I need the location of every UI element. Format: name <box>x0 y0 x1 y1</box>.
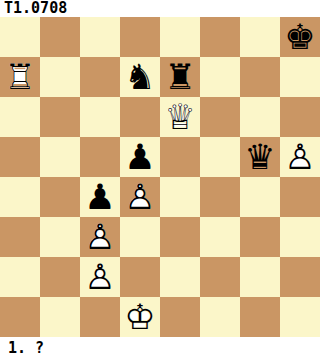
square-h5[interactable]: ♟♙ <box>280 137 320 177</box>
square-g5[interactable]: ♛ <box>240 137 280 177</box>
piece-outline-layer: ♖ <box>0 57 40 97</box>
square-g7[interactable] <box>240 57 280 97</box>
square-b6[interactable] <box>40 97 80 137</box>
piece-glyph: ♚ <box>280 17 320 57</box>
square-g4[interactable] <box>240 177 280 217</box>
square-a1[interactable] <box>0 297 40 337</box>
square-c8[interactable] <box>80 17 120 57</box>
chess-puzzle-window: T1.0708 ♚♜♖♞♜♛♕♟♛♟♙♟♟♙♟♙♟♙♚♔ 1. ? <box>0 0 320 360</box>
title-bar: T1.0708 <box>0 0 320 17</box>
square-c3[interactable]: ♟♙ <box>80 217 120 257</box>
square-e1[interactable] <box>160 297 200 337</box>
chess-board: ♚♜♖♞♜♛♕♟♛♟♙♟♟♙♟♙♟♙♚♔ <box>0 17 320 337</box>
square-c2[interactable]: ♟♙ <box>80 257 120 297</box>
square-a7[interactable]: ♜♖ <box>0 57 40 97</box>
square-a4[interactable] <box>0 177 40 217</box>
square-h1[interactable] <box>280 297 320 337</box>
move-prompt-bar: 1. ? <box>0 337 320 360</box>
piece-outline-layer: ♕ <box>160 97 200 137</box>
square-e4[interactable] <box>160 177 200 217</box>
square-a5[interactable] <box>0 137 40 177</box>
piece-glyph: ♟ <box>120 137 160 177</box>
piece-outline-layer: ♙ <box>80 257 120 297</box>
square-g6[interactable] <box>240 97 280 137</box>
puzzle-id: T1.0708 <box>4 1 67 16</box>
piece-black-pawn[interactable]: ♟ <box>120 137 160 177</box>
piece-black-pawn[interactable]: ♟ <box>80 177 120 217</box>
square-f5[interactable] <box>200 137 240 177</box>
square-e7[interactable]: ♜ <box>160 57 200 97</box>
square-h7[interactable] <box>280 57 320 97</box>
piece-glyph: ♟ <box>80 177 120 217</box>
square-h4[interactable] <box>280 177 320 217</box>
square-f4[interactable] <box>200 177 240 217</box>
square-h6[interactable] <box>280 97 320 137</box>
piece-glyph: ♞ <box>120 57 160 97</box>
square-h3[interactable] <box>280 217 320 257</box>
piece-white-pawn[interactable]: ♟♙ <box>280 137 320 177</box>
square-e6[interactable]: ♛♕ <box>160 97 200 137</box>
piece-outline-layer: ♙ <box>120 177 160 217</box>
square-d6[interactable] <box>120 97 160 137</box>
piece-white-rook[interactable]: ♜♖ <box>0 57 40 97</box>
square-b8[interactable] <box>40 17 80 57</box>
piece-glyph: ♛ <box>240 137 280 177</box>
square-b2[interactable] <box>40 257 80 297</box>
square-c4[interactable]: ♟ <box>80 177 120 217</box>
piece-outline-layer: ♙ <box>280 137 320 177</box>
square-a3[interactable] <box>0 217 40 257</box>
piece-white-queen[interactable]: ♛♕ <box>160 97 200 137</box>
piece-black-knight[interactable]: ♞ <box>120 57 160 97</box>
square-a6[interactable] <box>0 97 40 137</box>
piece-black-king[interactable]: ♚ <box>280 17 320 57</box>
square-c6[interactable] <box>80 97 120 137</box>
square-d2[interactable] <box>120 257 160 297</box>
square-c7[interactable] <box>80 57 120 97</box>
square-e8[interactable] <box>160 17 200 57</box>
square-b5[interactable] <box>40 137 80 177</box>
piece-outline-layer: ♙ <box>80 217 120 257</box>
square-e5[interactable] <box>160 137 200 177</box>
square-g2[interactable] <box>240 257 280 297</box>
square-g3[interactable] <box>240 217 280 257</box>
square-g1[interactable] <box>240 297 280 337</box>
piece-white-king[interactable]: ♚♔ <box>120 297 160 337</box>
square-d4[interactable]: ♟♙ <box>120 177 160 217</box>
square-d3[interactable] <box>120 217 160 257</box>
piece-glyph: ♜ <box>160 57 200 97</box>
square-d5[interactable]: ♟ <box>120 137 160 177</box>
square-b4[interactable] <box>40 177 80 217</box>
square-f3[interactable] <box>200 217 240 257</box>
piece-white-pawn[interactable]: ♟♙ <box>120 177 160 217</box>
square-a8[interactable] <box>0 17 40 57</box>
square-a2[interactable] <box>0 257 40 297</box>
square-d8[interactable] <box>120 17 160 57</box>
square-d7[interactable]: ♞ <box>120 57 160 97</box>
square-b1[interactable] <box>40 297 80 337</box>
square-c5[interactable] <box>80 137 120 177</box>
square-f8[interactable] <box>200 17 240 57</box>
square-f7[interactable] <box>200 57 240 97</box>
piece-white-pawn[interactable]: ♟♙ <box>80 257 120 297</box>
square-c1[interactable] <box>80 297 120 337</box>
square-e3[interactable] <box>160 217 200 257</box>
piece-outline-layer: ♔ <box>120 297 160 337</box>
square-f1[interactable] <box>200 297 240 337</box>
square-d1[interactable]: ♚♔ <box>120 297 160 337</box>
square-e2[interactable] <box>160 257 200 297</box>
square-f6[interactable] <box>200 97 240 137</box>
square-f2[interactable] <box>200 257 240 297</box>
piece-black-queen[interactable]: ♛ <box>240 137 280 177</box>
piece-black-rook[interactable]: ♜ <box>160 57 200 97</box>
move-prompt: 1. ? <box>8 341 44 356</box>
square-b7[interactable] <box>40 57 80 97</box>
square-h8[interactable]: ♚ <box>280 17 320 57</box>
piece-white-pawn[interactable]: ♟♙ <box>80 217 120 257</box>
square-g8[interactable] <box>240 17 280 57</box>
square-h2[interactable] <box>280 257 320 297</box>
square-b3[interactable] <box>40 217 80 257</box>
